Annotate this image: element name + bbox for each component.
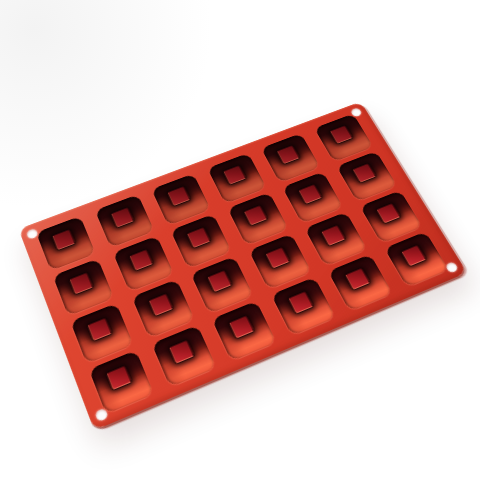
cavity-center-island bbox=[265, 247, 290, 269]
cavity-center-island bbox=[167, 186, 191, 206]
cavity-center-island bbox=[321, 224, 346, 245]
cavity-center-island bbox=[345, 267, 371, 289]
cavity-grid bbox=[18, 102, 467, 431]
cavity-center-island bbox=[288, 291, 314, 314]
cavity-center-island bbox=[87, 317, 112, 341]
cavity-center-island bbox=[106, 365, 132, 390]
cavity-center-island bbox=[223, 165, 247, 185]
cavity-center-island bbox=[329, 125, 352, 144]
cavity-center-island bbox=[243, 205, 267, 226]
cavity-center-island bbox=[207, 270, 232, 292]
cavity-r4c3 bbox=[212, 300, 277, 361]
cavity-center-island bbox=[148, 293, 173, 316]
cavity-center-island bbox=[229, 315, 255, 338]
silicone-mold bbox=[18, 102, 467, 431]
cavity-center-island bbox=[52, 229, 76, 250]
cavity-center-island bbox=[376, 203, 401, 224]
cavity-center-island bbox=[168, 340, 194, 364]
cavity-r4c1 bbox=[89, 350, 154, 414]
cavity-center-island bbox=[69, 272, 93, 294]
cavity-center-island bbox=[298, 184, 322, 204]
cavity-r4c5 bbox=[328, 254, 393, 311]
cavity-center-island bbox=[277, 145, 301, 164]
product-photo-background bbox=[0, 0, 480, 480]
cavity-r3c6 bbox=[360, 190, 423, 243]
cavity-r4c4 bbox=[271, 277, 336, 336]
cavity-center-island bbox=[129, 249, 153, 271]
cavity-r4c6 bbox=[384, 231, 449, 287]
cavity-r4c2 bbox=[151, 325, 216, 387]
cavity-center-island bbox=[401, 244, 427, 266]
cavity-center-island bbox=[110, 207, 134, 228]
cavity-center-island bbox=[187, 227, 211, 248]
cavity-r2c6 bbox=[336, 151, 397, 202]
cavity-center-island bbox=[352, 163, 376, 183]
